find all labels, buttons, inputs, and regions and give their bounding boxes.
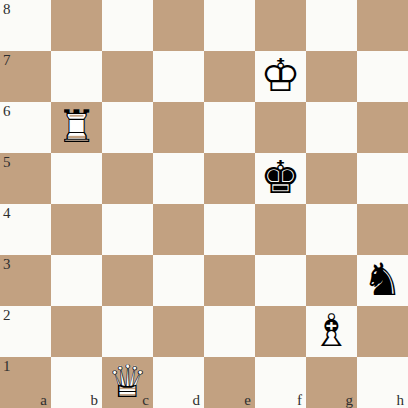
square-d7[interactable] bbox=[153, 51, 204, 102]
square-e6[interactable] bbox=[204, 102, 255, 153]
file-label-d: d bbox=[193, 393, 201, 408]
square-b1[interactable]: b bbox=[51, 357, 102, 408]
square-f8[interactable] bbox=[255, 0, 306, 51]
square-a2[interactable]: 2 bbox=[0, 306, 51, 357]
file-label-g: g bbox=[346, 393, 354, 408]
square-d2[interactable] bbox=[153, 306, 204, 357]
square-e5[interactable] bbox=[204, 153, 255, 204]
square-a8[interactable]: 8 bbox=[0, 0, 51, 51]
square-d6[interactable] bbox=[153, 102, 204, 153]
square-f1[interactable]: f bbox=[255, 357, 306, 408]
white-rook[interactable]: ♜♖ bbox=[51, 102, 102, 153]
square-h8[interactable] bbox=[357, 0, 408, 51]
square-b7[interactable] bbox=[51, 51, 102, 102]
file-label-h: h bbox=[397, 393, 405, 408]
rank-label-7: 7 bbox=[3, 52, 11, 68]
square-d5[interactable] bbox=[153, 153, 204, 204]
rank-label-3: 3 bbox=[3, 256, 11, 272]
rank-label-2: 2 bbox=[3, 307, 11, 323]
file-label-f: f bbox=[297, 393, 302, 408]
black-knight-glyph: ♞ bbox=[357, 255, 408, 306]
square-e7[interactable] bbox=[204, 51, 255, 102]
black-king[interactable]: ♚ bbox=[255, 153, 306, 204]
square-f2[interactable] bbox=[255, 306, 306, 357]
square-h2[interactable] bbox=[357, 306, 408, 357]
square-h1[interactable]: h bbox=[357, 357, 408, 408]
square-b5[interactable] bbox=[51, 153, 102, 204]
square-f6[interactable] bbox=[255, 102, 306, 153]
square-c4[interactable] bbox=[102, 204, 153, 255]
black-king-glyph: ♚ bbox=[255, 153, 306, 204]
square-c1[interactable]: c♛♕ bbox=[102, 357, 153, 408]
white-bishop-outline: ♗ bbox=[306, 306, 357, 357]
square-a7[interactable]: 7 bbox=[0, 51, 51, 102]
square-e3[interactable] bbox=[204, 255, 255, 306]
rank-label-6: 6 bbox=[3, 103, 11, 119]
file-label-e: e bbox=[244, 393, 251, 408]
square-h5[interactable] bbox=[357, 153, 408, 204]
square-c2[interactable] bbox=[102, 306, 153, 357]
square-g2[interactable]: ♝♗ bbox=[306, 306, 357, 357]
square-a4[interactable]: 4 bbox=[0, 204, 51, 255]
square-f4[interactable] bbox=[255, 204, 306, 255]
square-f5[interactable]: ♚ bbox=[255, 153, 306, 204]
square-e2[interactable] bbox=[204, 306, 255, 357]
square-a3[interactable]: 3 bbox=[0, 255, 51, 306]
square-d8[interactable] bbox=[153, 0, 204, 51]
file-label-a: a bbox=[40, 393, 47, 408]
square-a5[interactable]: 5 bbox=[0, 153, 51, 204]
white-king[interactable]: ♚♔ bbox=[255, 51, 306, 102]
square-h7[interactable] bbox=[357, 51, 408, 102]
white-queen-outline: ♕ bbox=[102, 357, 153, 408]
black-knight[interactable]: ♞ bbox=[357, 255, 408, 306]
square-e4[interactable] bbox=[204, 204, 255, 255]
square-g8[interactable] bbox=[306, 0, 357, 51]
chess-board: 87♚♔6♜♖5♚43♞2♝♗1abc♛♕defgh bbox=[0, 0, 408, 408]
square-b8[interactable] bbox=[51, 0, 102, 51]
square-e1[interactable]: e bbox=[204, 357, 255, 408]
square-b2[interactable] bbox=[51, 306, 102, 357]
square-a1[interactable]: 1a bbox=[0, 357, 51, 408]
square-g1[interactable]: g bbox=[306, 357, 357, 408]
square-g6[interactable] bbox=[306, 102, 357, 153]
square-d4[interactable] bbox=[153, 204, 204, 255]
square-g7[interactable] bbox=[306, 51, 357, 102]
white-rook-outline: ♖ bbox=[51, 102, 102, 153]
square-d1[interactable]: d bbox=[153, 357, 204, 408]
square-g4[interactable] bbox=[306, 204, 357, 255]
square-h6[interactable] bbox=[357, 102, 408, 153]
square-b4[interactable] bbox=[51, 204, 102, 255]
white-bishop[interactable]: ♝♗ bbox=[306, 306, 357, 357]
square-d3[interactable] bbox=[153, 255, 204, 306]
square-c3[interactable] bbox=[102, 255, 153, 306]
rank-label-8: 8 bbox=[3, 1, 11, 17]
square-f7[interactable]: ♚♔ bbox=[255, 51, 306, 102]
square-h4[interactable] bbox=[357, 204, 408, 255]
square-f3[interactable] bbox=[255, 255, 306, 306]
square-g3[interactable] bbox=[306, 255, 357, 306]
square-e8[interactable] bbox=[204, 0, 255, 51]
white-queen[interactable]: ♛♕ bbox=[102, 357, 153, 408]
square-c6[interactable] bbox=[102, 102, 153, 153]
square-h3[interactable]: ♞ bbox=[357, 255, 408, 306]
square-c5[interactable] bbox=[102, 153, 153, 204]
rank-label-1: 1 bbox=[3, 358, 11, 374]
square-g5[interactable] bbox=[306, 153, 357, 204]
square-b6[interactable]: ♜♖ bbox=[51, 102, 102, 153]
square-b3[interactable] bbox=[51, 255, 102, 306]
square-c8[interactable] bbox=[102, 0, 153, 51]
square-a6[interactable]: 6 bbox=[0, 102, 51, 153]
file-label-b: b bbox=[91, 393, 99, 408]
square-c7[interactable] bbox=[102, 51, 153, 102]
rank-label-5: 5 bbox=[3, 154, 11, 170]
rank-label-4: 4 bbox=[3, 205, 11, 221]
white-king-outline: ♔ bbox=[255, 51, 306, 102]
